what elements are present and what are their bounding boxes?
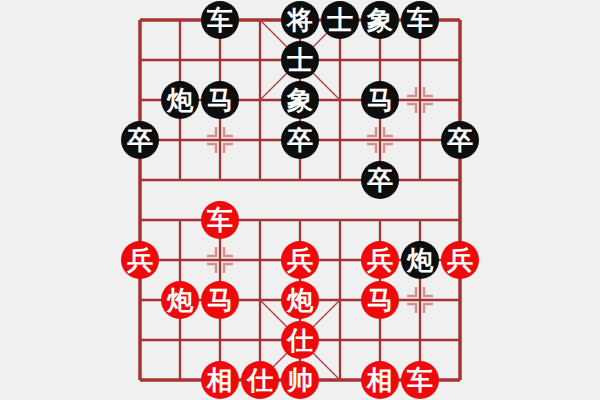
piece-red-soldier[interactable]: 兵 [361, 241, 399, 279]
piece-red-advisor[interactable]: 仕 [281, 321, 319, 359]
piece-red-advisor[interactable]: 仕 [241, 361, 279, 399]
pieces-layer: 车将士象车士炮马象马卒卒卒卒炮车兵兵兵兵炮马炮马仕相仕帅相车 [0, 0, 600, 400]
piece-red-chariot[interactable]: 车 [401, 361, 439, 399]
piece-black-cannon[interactable]: 炮 [401, 241, 439, 279]
piece-red-horse[interactable]: 马 [361, 281, 399, 319]
piece-red-elephant[interactable]: 相 [361, 361, 399, 399]
piece-red-soldier[interactable]: 兵 [441, 241, 479, 279]
piece-black-general[interactable]: 将 [281, 1, 319, 39]
piece-red-cannon[interactable]: 炮 [281, 281, 319, 319]
piece-red-king[interactable]: 帅 [281, 361, 319, 399]
piece-black-horse[interactable]: 马 [201, 81, 239, 119]
piece-red-soldier[interactable]: 兵 [121, 241, 159, 279]
xiangqi-board[interactable]: 车将士象车士炮马象马卒卒卒卒炮车兵兵兵兵炮马炮马仕相仕帅相车 [0, 0, 600, 400]
piece-black-advisor[interactable]: 士 [281, 41, 319, 79]
piece-black-soldier[interactable]: 卒 [121, 121, 159, 159]
piece-black-soldier[interactable]: 卒 [361, 161, 399, 199]
piece-black-elephant[interactable]: 象 [281, 81, 319, 119]
piece-black-chariot[interactable]: 车 [401, 1, 439, 39]
page-background: { "game": "xiangqi", "board": { "files":… [0, 0, 600, 400]
piece-red-chariot[interactable]: 车 [201, 201, 239, 239]
piece-black-chariot[interactable]: 车 [201, 1, 239, 39]
piece-red-soldier[interactable]: 兵 [281, 241, 319, 279]
piece-black-horse[interactable]: 马 [361, 81, 399, 119]
piece-black-cannon[interactable]: 炮 [161, 81, 199, 119]
piece-red-cannon[interactable]: 炮 [161, 281, 199, 319]
piece-black-soldier[interactable]: 卒 [281, 121, 319, 159]
piece-black-elephant[interactable]: 象 [361, 1, 399, 39]
piece-red-horse[interactable]: 马 [201, 281, 239, 319]
piece-black-soldier[interactable]: 卒 [441, 121, 479, 159]
piece-black-advisor[interactable]: 士 [321, 1, 359, 39]
piece-red-elephant[interactable]: 相 [201, 361, 239, 399]
